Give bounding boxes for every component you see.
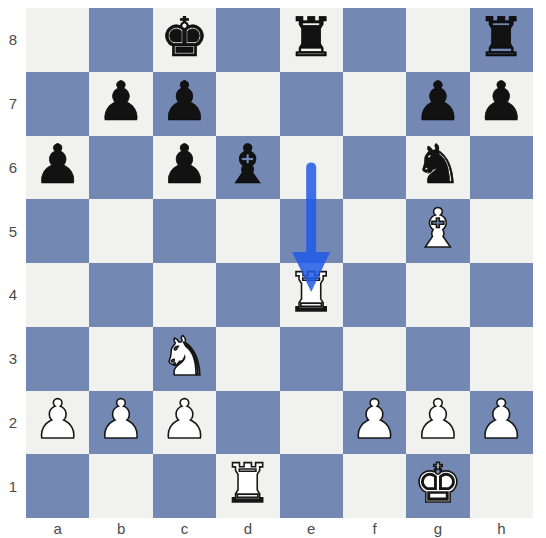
square-b4[interactable]: [89, 263, 152, 327]
file-label-g: g: [406, 520, 469, 537]
black-pawn-piece: ♟: [33, 138, 81, 192]
square-f5[interactable]: [343, 199, 406, 263]
square-a1[interactable]: [26, 454, 89, 518]
square-a5[interactable]: [26, 199, 89, 263]
square-h3[interactable]: [470, 327, 533, 391]
square-d8[interactable]: [216, 8, 279, 72]
square-e6[interactable]: [280, 136, 343, 200]
square-b1[interactable]: [89, 454, 152, 518]
square-f1[interactable]: [343, 454, 406, 518]
square-g8[interactable]: [406, 8, 469, 72]
rank-label-6: 6: [0, 136, 26, 200]
square-a6[interactable]: ♟: [26, 136, 89, 200]
square-c7[interactable]: ♟: [153, 72, 216, 136]
square-g3[interactable]: [406, 327, 469, 391]
square-c5[interactable]: [153, 199, 216, 263]
black-pawn-piece: ♟: [97, 75, 145, 129]
square-b6[interactable]: [89, 136, 152, 200]
square-c3[interactable]: ♞: [153, 327, 216, 391]
square-g2[interactable]: ♟: [406, 391, 469, 455]
white-bishop-piece: ♝: [414, 202, 462, 256]
white-rook-piece: ♜: [224, 457, 272, 511]
square-e4[interactable]: ♜: [280, 263, 343, 327]
square-d6[interactable]: ♝: [216, 136, 279, 200]
black-knight-piece: ♞: [414, 138, 462, 192]
rank-label-2: 2: [0, 391, 26, 455]
square-h2[interactable]: ♟: [470, 391, 533, 455]
white-pawn-piece: ♟: [350, 393, 398, 447]
square-b5[interactable]: [89, 199, 152, 263]
file-labels: abcdefgh: [26, 518, 533, 538]
square-g4[interactable]: [406, 263, 469, 327]
square-e8[interactable]: ♜: [280, 8, 343, 72]
square-a8[interactable]: [26, 8, 89, 72]
file-label-f: f: [343, 520, 406, 537]
square-c1[interactable]: [153, 454, 216, 518]
square-d4[interactable]: [216, 263, 279, 327]
square-f7[interactable]: [343, 72, 406, 136]
file-label-d: d: [216, 520, 279, 537]
square-b7[interactable]: ♟: [89, 72, 152, 136]
white-knight-piece: ♞: [160, 330, 208, 384]
white-pawn-piece: ♟: [97, 393, 145, 447]
square-e7[interactable]: [280, 72, 343, 136]
file-label-h: h: [470, 520, 533, 537]
rank-label-7: 7: [0, 72, 26, 136]
file-label-c: c: [153, 520, 216, 537]
black-pawn-piece: ♟: [477, 75, 525, 129]
file-label-a: a: [26, 520, 89, 537]
square-c4[interactable]: [153, 263, 216, 327]
square-h4[interactable]: [470, 263, 533, 327]
file-label-e: e: [280, 520, 343, 537]
square-g5[interactable]: ♝: [406, 199, 469, 263]
square-h6[interactable]: [470, 136, 533, 200]
square-b2[interactable]: ♟: [89, 391, 152, 455]
square-e3[interactable]: [280, 327, 343, 391]
square-d1[interactable]: ♜: [216, 454, 279, 518]
square-f8[interactable]: [343, 8, 406, 72]
square-c2[interactable]: ♟: [153, 391, 216, 455]
white-rook-piece: ♜: [287, 266, 335, 320]
square-c6[interactable]: ♟: [153, 136, 216, 200]
square-d7[interactable]: [216, 72, 279, 136]
white-pawn-piece: ♟: [477, 393, 525, 447]
rank-label-4: 4: [0, 263, 26, 327]
white-pawn-piece: ♟: [160, 393, 208, 447]
rank-label-5: 5: [0, 199, 26, 263]
black-pawn-piece: ♟: [414, 75, 462, 129]
square-c8[interactable]: ♚: [153, 8, 216, 72]
white-king-piece: ♚: [414, 457, 462, 511]
square-f2[interactable]: ♟: [343, 391, 406, 455]
square-g6[interactable]: ♞: [406, 136, 469, 200]
black-rook-piece: ♜: [477, 11, 525, 65]
rank-label-1: 1: [0, 454, 26, 518]
square-e2[interactable]: [280, 391, 343, 455]
square-e1[interactable]: [280, 454, 343, 518]
black-pawn-piece: ♟: [160, 75, 208, 129]
square-d3[interactable]: [216, 327, 279, 391]
file-label-b: b: [89, 520, 152, 537]
black-bishop-piece: ♝: [224, 138, 272, 192]
page: 87654321 ♚♜♜♟♟♟♟♟♟♝♞♝♜♞♟♟♟♟♟♟♜♚ abcdefgh: [0, 0, 546, 538]
rank-label-8: 8: [0, 8, 26, 72]
black-king-piece: ♚: [160, 11, 208, 65]
square-h8[interactable]: ♜: [470, 8, 533, 72]
square-g1[interactable]: ♚: [406, 454, 469, 518]
white-pawn-piece: ♟: [33, 393, 81, 447]
rank-labels: 87654321: [0, 8, 26, 518]
square-h5[interactable]: [470, 199, 533, 263]
chess-board: ♚♜♜♟♟♟♟♟♟♝♞♝♜♞♟♟♟♟♟♟♜♚: [26, 8, 533, 518]
white-pawn-piece: ♟: [414, 393, 462, 447]
square-f3[interactable]: [343, 327, 406, 391]
square-a3[interactable]: [26, 327, 89, 391]
square-f4[interactable]: [343, 263, 406, 327]
square-g7[interactable]: ♟: [406, 72, 469, 136]
square-a7[interactable]: [26, 72, 89, 136]
square-a2[interactable]: ♟: [26, 391, 89, 455]
square-h7[interactable]: ♟: [470, 72, 533, 136]
square-d5[interactable]: [216, 199, 279, 263]
square-d2[interactable]: [216, 391, 279, 455]
rank-label-3: 3: [0, 327, 26, 391]
square-e5[interactable]: [280, 199, 343, 263]
black-rook-piece: ♜: [287, 11, 335, 65]
square-b3[interactable]: [89, 327, 152, 391]
square-h1[interactable]: [470, 454, 533, 518]
black-pawn-piece: ♟: [160, 138, 208, 192]
square-f6[interactable]: [343, 136, 406, 200]
square-b8[interactable]: [89, 8, 152, 72]
square-a4[interactable]: [26, 263, 89, 327]
